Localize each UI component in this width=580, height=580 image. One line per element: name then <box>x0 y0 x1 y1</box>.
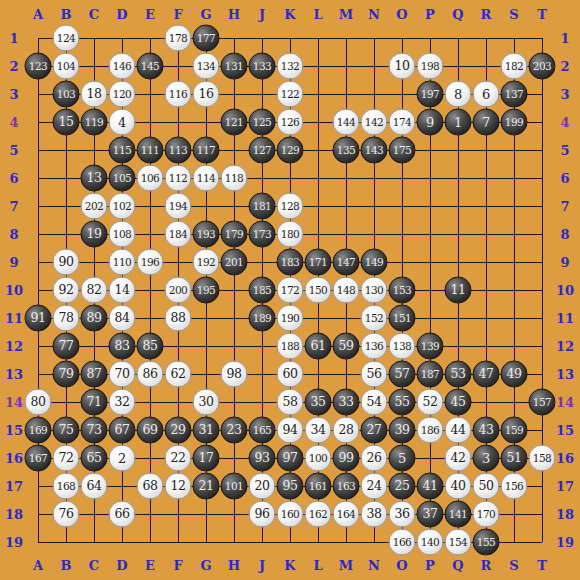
move-number: 160 <box>281 509 300 520</box>
stone-white-8-q3: 8 <box>445 81 472 108</box>
stone-black-143-n5: 143 <box>361 137 388 164</box>
row-label-right: 8 <box>560 227 569 242</box>
stone-black-1-q4: 1 <box>445 109 472 136</box>
move-number: 133 <box>253 61 272 72</box>
move-number: 169 <box>29 425 48 436</box>
move-number: 128 <box>281 201 300 212</box>
stone-white-116-f3: 116 <box>165 81 192 108</box>
move-number: 75 <box>59 424 74 437</box>
stone-black-97-k16: 97 <box>277 445 304 472</box>
move-number: 9 <box>426 116 434 129</box>
row-label-left: 4 <box>9 115 18 130</box>
stone-white-134-g2: 134 <box>193 53 220 80</box>
stone-black-139-p12: 139 <box>417 333 444 360</box>
col-label-top: E <box>145 7 155 22</box>
move-number: 35 <box>311 396 326 409</box>
move-number: 68 <box>143 480 158 493</box>
move-number: 2 <box>118 452 126 465</box>
row-label-right: 2 <box>560 59 569 74</box>
stone-black-69-e15: 69 <box>137 417 164 444</box>
stone-black-179-h8: 179 <box>221 221 248 248</box>
move-number: 136 <box>365 341 384 352</box>
stone-black-5-o16: 5 <box>389 445 416 472</box>
col-label-bottom: Q <box>452 558 463 573</box>
col-label-top: L <box>313 7 322 22</box>
move-number: 190 <box>281 313 300 324</box>
stone-white-136-n12: 136 <box>361 333 388 360</box>
move-number: 193 <box>197 229 216 240</box>
row-label-right: 5 <box>560 143 569 158</box>
stone-white-184-f8: 184 <box>165 221 192 248</box>
row-label-left: 2 <box>9 59 18 74</box>
stone-white-196-e9: 196 <box>137 249 164 276</box>
move-number: 31 <box>199 424 214 437</box>
col-label-top: T <box>537 7 547 22</box>
move-number: 3 <box>482 452 490 465</box>
stone-white-60-k13: 60 <box>277 361 304 388</box>
move-number: 36 <box>395 508 410 521</box>
stone-black-155-r19: 155 <box>473 529 500 556</box>
stone-black-189-j11: 189 <box>249 305 276 332</box>
col-label-bottom: A <box>33 558 43 573</box>
move-number: 87 <box>87 368 102 381</box>
col-label-bottom: L <box>313 558 322 573</box>
stone-black-51-s16: 51 <box>501 445 528 472</box>
stone-white-36-o18: 36 <box>389 501 416 528</box>
col-label-bottom: E <box>145 558 155 573</box>
move-number: 76 <box>59 508 74 521</box>
row-label-left: 1 <box>9 31 18 46</box>
stone-black-173-j8: 173 <box>249 221 276 248</box>
stone-white-24-n17: 24 <box>361 473 388 500</box>
row-label-right: 16 <box>556 451 574 466</box>
move-number: 108 <box>113 229 132 240</box>
stone-black-85-e12: 85 <box>137 333 164 360</box>
col-label-top: P <box>425 7 435 22</box>
move-number: 188 <box>281 341 300 352</box>
move-number: 80 <box>31 396 46 409</box>
move-number: 33 <box>339 396 354 409</box>
move-number: 180 <box>281 229 300 240</box>
col-label-bottom: N <box>368 558 380 573</box>
row-label-right: 7 <box>560 199 569 214</box>
move-number: 195 <box>197 285 216 296</box>
move-number: 139 <box>421 341 440 352</box>
row-label-left: 12 <box>5 339 23 354</box>
col-label-top: R <box>481 7 492 22</box>
stone-white-122-k3: 122 <box>277 81 304 108</box>
move-number: 200 <box>169 285 188 296</box>
stone-white-12-f17: 12 <box>165 473 192 500</box>
stone-black-93-j16: 93 <box>249 445 276 472</box>
stone-black-171-l9: 171 <box>305 249 332 276</box>
stone-black-177-g1: 177 <box>193 25 220 52</box>
move-number: 41 <box>423 480 438 493</box>
move-number: 105 <box>113 173 132 184</box>
col-label-top: A <box>33 7 43 22</box>
stone-black-31-g15: 31 <box>193 417 220 444</box>
move-number: 101 <box>225 481 244 492</box>
stone-black-159-s15: 159 <box>501 417 528 444</box>
stone-white-146-d2: 146 <box>109 53 136 80</box>
stone-white-28-m15: 28 <box>333 417 360 444</box>
stone-white-202-c7: 202 <box>81 193 108 220</box>
move-number: 11 <box>451 284 466 297</box>
stone-black-71-c14: 71 <box>81 389 108 416</box>
stone-black-23-h15: 23 <box>221 417 248 444</box>
move-number: 4 <box>118 116 126 129</box>
stone-black-65-c16: 65 <box>81 445 108 472</box>
move-number: 52 <box>423 396 438 409</box>
move-number: 187 <box>421 369 440 380</box>
move-number: 130 <box>365 285 384 296</box>
stone-white-158-t16: 158 <box>529 445 556 472</box>
stone-white-90-b9: 90 <box>53 249 80 276</box>
stone-black-193-g8: 193 <box>193 221 220 248</box>
move-number: 201 <box>225 257 244 268</box>
stone-white-54-n14: 54 <box>361 389 388 416</box>
move-number: 44 <box>451 424 466 437</box>
stone-white-80-a14: 80 <box>25 389 52 416</box>
row-label-left: 18 <box>5 507 23 522</box>
col-label-top: S <box>509 7 518 22</box>
stone-black-43-r15: 43 <box>473 417 500 444</box>
move-number: 43 <box>479 424 494 437</box>
stone-black-21-g17: 21 <box>193 473 220 500</box>
move-number: 166 <box>393 537 412 548</box>
move-number: 83 <box>115 340 130 353</box>
stone-white-4-d4: 4 <box>109 109 136 136</box>
move-number: 175 <box>393 145 412 156</box>
stone-black-167-a16: 167 <box>25 445 52 472</box>
stone-white-56-n13: 56 <box>361 361 388 388</box>
move-number: 13 <box>87 172 102 185</box>
stone-black-111-e5: 111 <box>137 137 164 164</box>
stone-white-128-k7: 128 <box>277 193 304 220</box>
move-number: 174 <box>393 117 412 128</box>
move-number: 40 <box>451 480 466 493</box>
move-number: 12 <box>171 480 186 493</box>
move-number: 122 <box>281 89 300 100</box>
move-number: 97 <box>283 452 298 465</box>
stone-white-92-b10: 92 <box>53 277 80 304</box>
move-number: 53 <box>451 368 466 381</box>
move-number: 124 <box>57 33 76 44</box>
stone-black-25-o17: 25 <box>389 473 416 500</box>
stone-white-44-q15: 44 <box>445 417 472 444</box>
stone-black-199-s4: 199 <box>501 109 528 136</box>
col-label-top: M <box>339 7 353 22</box>
col-label-top: K <box>284 7 295 22</box>
col-label-top: G <box>200 7 211 22</box>
move-number: 171 <box>309 257 328 268</box>
stone-black-57-o13: 57 <box>389 361 416 388</box>
row-label-right: 12 <box>556 339 574 354</box>
col-label-top: B <box>61 7 72 22</box>
col-label-top: O <box>396 7 407 22</box>
move-number: 88 <box>171 312 186 325</box>
stone-white-154-q19: 154 <box>445 529 472 556</box>
stone-black-195-g10: 195 <box>193 277 220 304</box>
stone-white-168-b17: 168 <box>53 473 80 500</box>
stone-white-188-k12: 188 <box>277 333 304 360</box>
move-number: 22 <box>171 452 186 465</box>
stone-black-47-r13: 47 <box>473 361 500 388</box>
stone-black-201-h9: 201 <box>221 249 248 276</box>
move-number: 69 <box>143 424 158 437</box>
stone-black-7-r4: 7 <box>473 109 500 136</box>
move-number: 104 <box>57 61 76 72</box>
col-label-bottom: D <box>116 558 127 573</box>
stone-white-30-g14: 30 <box>193 389 220 416</box>
move-number: 91 <box>31 312 46 325</box>
col-label-bottom: J <box>259 558 265 573</box>
stone-black-187-p13: 187 <box>417 361 444 388</box>
stone-black-151-o11: 151 <box>389 305 416 332</box>
stone-white-112-f6: 112 <box>165 165 192 192</box>
stone-white-192-g9: 192 <box>193 249 220 276</box>
move-number: 38 <box>367 508 382 521</box>
stone-white-106-e6: 106 <box>137 165 164 192</box>
move-number: 162 <box>309 509 328 520</box>
stone-black-125-j4: 125 <box>249 109 276 136</box>
move-number: 64 <box>87 480 102 493</box>
move-number: 168 <box>57 481 76 492</box>
move-number: 37 <box>423 508 438 521</box>
stone-white-138-o12: 138 <box>389 333 416 360</box>
move-number: 55 <box>395 396 410 409</box>
stone-white-38-n18: 38 <box>361 501 388 528</box>
stone-black-161-l17: 161 <box>305 473 332 500</box>
move-number: 42 <box>451 452 466 465</box>
stone-white-160-k18: 160 <box>277 501 304 528</box>
move-number: 196 <box>141 257 160 268</box>
stone-white-162-l18: 162 <box>305 501 332 528</box>
move-number: 155 <box>477 537 496 548</box>
move-number: 137 <box>505 89 524 100</box>
stone-white-16-g3: 16 <box>193 81 220 108</box>
col-label-top: C <box>89 7 99 22</box>
col-label-bottom: S <box>509 558 518 573</box>
stone-black-165-j15: 165 <box>249 417 276 444</box>
move-number: 56 <box>367 368 382 381</box>
row-label-left: 11 <box>5 311 23 326</box>
move-number: 117 <box>197 145 216 156</box>
stone-black-19-c8: 19 <box>81 221 108 248</box>
move-number: 5 <box>398 452 406 465</box>
stone-black-45-q14: 45 <box>445 389 472 416</box>
col-label-bottom: H <box>228 558 240 573</box>
move-number: 134 <box>197 61 216 72</box>
move-number: 90 <box>59 256 74 269</box>
stone-white-34-l15: 34 <box>305 417 332 444</box>
move-number: 138 <box>393 341 412 352</box>
row-label-right: 9 <box>560 255 569 270</box>
stone-black-149-n9: 149 <box>361 249 388 276</box>
col-label-bottom: C <box>89 558 99 573</box>
row-label-left: 13 <box>5 367 23 382</box>
move-number: 179 <box>225 229 244 240</box>
stone-black-123-a2: 123 <box>25 53 52 80</box>
move-number: 79 <box>59 368 74 381</box>
stone-white-94-k15: 94 <box>277 417 304 444</box>
move-number: 65 <box>87 452 102 465</box>
stone-white-100-l16: 100 <box>305 445 332 472</box>
move-number: 25 <box>395 480 410 493</box>
move-number: 143 <box>365 145 384 156</box>
stone-black-183-k9: 183 <box>277 249 304 276</box>
move-number: 183 <box>281 257 300 268</box>
move-number: 121 <box>225 117 244 128</box>
move-number: 57 <box>395 368 410 381</box>
row-label-left: 17 <box>5 479 23 494</box>
move-number: 59 <box>339 340 354 353</box>
stone-black-175-o5: 175 <box>389 137 416 164</box>
stone-white-2-d16: 2 <box>109 445 136 472</box>
stone-black-61-l12: 61 <box>305 333 332 360</box>
go-board[interactable]: AABBCCDDEEFFGGHHJJKKLLMMNNOOPPQQRRSSTT11… <box>0 0 580 580</box>
stone-white-108-d8: 108 <box>109 221 136 248</box>
stone-black-13-c6: 13 <box>81 165 108 192</box>
stone-black-83-d12: 83 <box>109 333 136 360</box>
row-label-left: 9 <box>9 255 18 270</box>
stone-black-59-m12: 59 <box>333 333 360 360</box>
stone-white-198-p2: 198 <box>417 53 444 80</box>
stone-black-15-b4: 15 <box>53 109 80 136</box>
stone-white-110-d9: 110 <box>109 249 136 276</box>
stone-black-39-o15: 39 <box>389 417 416 444</box>
move-number: 131 <box>225 61 244 72</box>
stone-white-72-b16: 72 <box>53 445 80 472</box>
stone-black-91-a11: 91 <box>25 305 52 332</box>
stone-white-164-m18: 164 <box>333 501 360 528</box>
stone-black-105-d6: 105 <box>109 165 136 192</box>
move-number: 23 <box>227 424 242 437</box>
stone-white-132-k2: 132 <box>277 53 304 80</box>
move-number: 177 <box>197 33 216 44</box>
stone-white-174-o4: 174 <box>389 109 416 136</box>
stone-white-190-k11: 190 <box>277 305 304 332</box>
move-number: 62 <box>171 368 186 381</box>
row-label-right: 18 <box>556 507 574 522</box>
stone-black-35-l14: 35 <box>305 389 332 416</box>
move-number: 152 <box>365 313 384 324</box>
stone-white-52-p14: 52 <box>417 389 444 416</box>
stone-white-20-j17: 20 <box>249 473 276 500</box>
stone-white-18-c3: 18 <box>81 81 108 108</box>
stone-black-145-e2: 145 <box>137 53 164 80</box>
stone-white-102-d7: 102 <box>109 193 136 220</box>
stone-black-153-o10: 153 <box>389 277 416 304</box>
stone-black-67-d15: 67 <box>109 417 136 444</box>
stone-white-130-n10: 130 <box>361 277 388 304</box>
move-number: 132 <box>281 61 300 72</box>
move-number: 14 <box>115 284 130 297</box>
move-number: 149 <box>365 257 384 268</box>
move-number: 89 <box>87 312 102 325</box>
move-number: 125 <box>253 117 272 128</box>
stone-white-194-f7: 194 <box>165 193 192 220</box>
stone-white-82-c10: 82 <box>81 277 108 304</box>
stone-white-170-r18: 170 <box>473 501 500 528</box>
stone-white-178-f1: 178 <box>165 25 192 52</box>
stone-black-203-t2: 203 <box>529 53 556 80</box>
move-number: 119 <box>85 117 104 128</box>
move-number: 26 <box>367 452 382 465</box>
stone-black-11-q10: 11 <box>445 277 472 304</box>
stone-black-181-j7: 181 <box>249 193 276 220</box>
col-label-bottom: P <box>425 558 435 573</box>
stone-white-186-p15: 186 <box>417 417 444 444</box>
stone-white-86-e13: 86 <box>137 361 164 388</box>
row-label-right: 1 <box>560 31 569 46</box>
stone-white-144-m4: 144 <box>333 109 360 136</box>
move-number: 99 <box>339 452 354 465</box>
move-number: 21 <box>199 480 214 493</box>
move-number: 197 <box>421 89 440 100</box>
stone-black-129-k5: 129 <box>277 137 304 164</box>
stone-black-3-r16: 3 <box>473 445 500 472</box>
move-number: 92 <box>59 284 74 297</box>
move-number: 78 <box>59 312 74 325</box>
row-label-right: 15 <box>556 423 574 438</box>
stone-white-84-d11: 84 <box>109 305 136 332</box>
move-number: 185 <box>253 285 272 296</box>
stone-black-55-o14: 55 <box>389 389 416 416</box>
stone-black-73-c15: 73 <box>81 417 108 444</box>
move-number: 70 <box>115 368 130 381</box>
move-number: 182 <box>505 61 524 72</box>
move-number: 141 <box>449 509 468 520</box>
move-number: 123 <box>29 61 48 72</box>
move-number: 6 <box>482 88 490 101</box>
stone-black-49-s13: 49 <box>501 361 528 388</box>
col-label-bottom: B <box>61 558 72 573</box>
stone-white-142-n4: 142 <box>361 109 388 136</box>
col-label-top: H <box>228 7 240 22</box>
move-number: 114 <box>197 173 216 184</box>
row-label-left: 3 <box>9 87 18 102</box>
move-number: 184 <box>169 229 188 240</box>
stone-white-166-o19: 166 <box>389 529 416 556</box>
move-number: 120 <box>113 89 132 100</box>
col-label-top: N <box>368 7 380 22</box>
move-number: 98 <box>227 368 242 381</box>
move-number: 100 <box>309 453 328 464</box>
move-number: 116 <box>169 89 188 100</box>
move-number: 73 <box>87 424 102 437</box>
move-number: 140 <box>421 537 440 548</box>
move-number: 161 <box>309 481 328 492</box>
stone-black-53-q13: 53 <box>445 361 472 388</box>
stone-white-156-s17: 156 <box>501 473 528 500</box>
col-label-bottom: M <box>339 558 353 573</box>
stone-black-75-b15: 75 <box>53 417 80 444</box>
move-number: 102 <box>113 201 132 212</box>
move-number: 172 <box>281 285 300 296</box>
move-number: 147 <box>337 257 356 268</box>
move-number: 77 <box>59 340 74 353</box>
move-number: 170 <box>477 509 496 520</box>
stone-black-41-p17: 41 <box>417 473 444 500</box>
row-label-left: 7 <box>9 199 18 214</box>
row-label-right: 11 <box>556 311 574 326</box>
row-label-right: 3 <box>560 87 569 102</box>
row-label-right: 19 <box>556 535 574 550</box>
move-number: 178 <box>169 33 188 44</box>
move-number: 39 <box>395 424 410 437</box>
move-number: 1 <box>454 116 462 129</box>
